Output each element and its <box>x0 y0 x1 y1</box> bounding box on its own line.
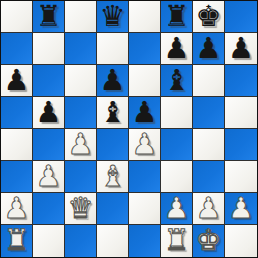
square-a1[interactable]: ♜ <box>1 225 33 257</box>
square-d1[interactable] <box>97 225 129 257</box>
square-g3[interactable] <box>193 161 225 193</box>
piece-white-pawn[interactable]: ♟ <box>196 193 222 223</box>
square-d4[interactable] <box>97 129 129 161</box>
square-h5[interactable] <box>225 97 257 129</box>
square-h4[interactable] <box>225 129 257 161</box>
piece-white-pawn[interactable]: ♟ <box>4 193 30 223</box>
piece-black-bishop[interactable]: ♝ <box>100 97 126 127</box>
piece-white-queen[interactable]: ♛ <box>68 193 94 223</box>
square-e3[interactable] <box>129 161 161 193</box>
square-b4[interactable] <box>33 129 65 161</box>
square-g8[interactable]: ♚ <box>193 1 225 33</box>
square-h1[interactable] <box>225 225 257 257</box>
square-g1[interactable]: ♚ <box>193 225 225 257</box>
square-b3[interactable]: ♟ <box>33 161 65 193</box>
square-c8[interactable] <box>65 1 97 33</box>
square-c2[interactable]: ♛ <box>65 193 97 225</box>
square-d7[interactable] <box>97 33 129 65</box>
square-c7[interactable] <box>65 33 97 65</box>
piece-white-pawn[interactable]: ♟ <box>36 161 62 191</box>
square-b6[interactable] <box>33 65 65 97</box>
square-f5[interactable] <box>161 97 193 129</box>
piece-black-pawn[interactable]: ♟ <box>196 33 222 63</box>
square-a8[interactable] <box>1 1 33 33</box>
piece-black-pawn[interactable]: ♟ <box>4 65 30 95</box>
piece-white-pawn[interactable]: ♟ <box>132 129 158 159</box>
piece-black-pawn[interactable]: ♟ <box>100 65 126 95</box>
piece-black-pawn[interactable]: ♟ <box>132 97 158 127</box>
piece-white-rook[interactable]: ♜ <box>4 225 30 255</box>
square-e6[interactable] <box>129 65 161 97</box>
piece-black-rook[interactable]: ♜ <box>164 1 190 31</box>
square-a7[interactable] <box>1 33 33 65</box>
square-g7[interactable]: ♟ <box>193 33 225 65</box>
square-f3[interactable] <box>161 161 193 193</box>
square-f6[interactable]: ♝ <box>161 65 193 97</box>
square-c4[interactable]: ♟ <box>65 129 97 161</box>
square-d3[interactable]: ♝ <box>97 161 129 193</box>
piece-white-pawn[interactable]: ♟ <box>164 193 190 223</box>
square-d8[interactable]: ♛ <box>97 1 129 33</box>
piece-white-king[interactable]: ♚ <box>196 225 222 255</box>
piece-white-pawn[interactable]: ♟ <box>228 193 254 223</box>
square-g6[interactable] <box>193 65 225 97</box>
piece-black-pawn[interactable]: ♟ <box>164 33 190 63</box>
piece-black-pawn[interactable]: ♟ <box>228 33 254 63</box>
square-a2[interactable]: ♟ <box>1 193 33 225</box>
square-c3[interactable] <box>65 161 97 193</box>
piece-white-bishop[interactable]: ♝ <box>100 161 126 191</box>
square-e4[interactable]: ♟ <box>129 129 161 161</box>
square-h2[interactable]: ♟ <box>225 193 257 225</box>
square-b7[interactable] <box>33 33 65 65</box>
square-e8[interactable] <box>129 1 161 33</box>
square-e2[interactable] <box>129 193 161 225</box>
square-c1[interactable] <box>65 225 97 257</box>
piece-black-king[interactable]: ♚ <box>196 1 222 31</box>
square-e5[interactable]: ♟ <box>129 97 161 129</box>
square-a5[interactable] <box>1 97 33 129</box>
piece-black-queen[interactable]: ♛ <box>100 1 126 31</box>
square-c5[interactable] <box>65 97 97 129</box>
square-b1[interactable] <box>33 225 65 257</box>
square-f2[interactable]: ♟ <box>161 193 193 225</box>
square-f4[interactable] <box>161 129 193 161</box>
square-f8[interactable]: ♜ <box>161 1 193 33</box>
square-g4[interactable] <box>193 129 225 161</box>
square-a6[interactable]: ♟ <box>1 65 33 97</box>
piece-black-pawn[interactable]: ♟ <box>36 97 62 127</box>
piece-white-pawn[interactable]: ♟ <box>68 129 94 159</box>
square-h3[interactable] <box>225 161 257 193</box>
square-f7[interactable]: ♟ <box>161 33 193 65</box>
square-b8[interactable]: ♜ <box>33 1 65 33</box>
square-h8[interactable] <box>225 1 257 33</box>
square-c6[interactable] <box>65 65 97 97</box>
piece-black-bishop[interactable]: ♝ <box>164 65 190 95</box>
square-e1[interactable] <box>129 225 161 257</box>
piece-black-rook[interactable]: ♜ <box>36 1 62 31</box>
square-d6[interactable]: ♟ <box>97 65 129 97</box>
square-a4[interactable] <box>1 129 33 161</box>
screenshot-stage: ♜♛♜♚♟♟♟♟♟♝♟♝♟♟♟♟♝♟♛♟♟♟♜♜♚ <box>0 0 258 258</box>
square-h6[interactable] <box>225 65 257 97</box>
square-a3[interactable] <box>1 161 33 193</box>
square-g2[interactable]: ♟ <box>193 193 225 225</box>
square-f1[interactable]: ♜ <box>161 225 193 257</box>
square-h7[interactable]: ♟ <box>225 33 257 65</box>
piece-white-rook[interactable]: ♜ <box>164 225 190 255</box>
square-d5[interactable]: ♝ <box>97 97 129 129</box>
square-g5[interactable] <box>193 97 225 129</box>
square-e7[interactable] <box>129 33 161 65</box>
square-b5[interactable]: ♟ <box>33 97 65 129</box>
square-d2[interactable] <box>97 193 129 225</box>
square-b2[interactable] <box>33 193 65 225</box>
chess-board: ♜♛♜♚♟♟♟♟♟♝♟♝♟♟♟♟♝♟♛♟♟♟♜♜♚ <box>0 0 258 258</box>
